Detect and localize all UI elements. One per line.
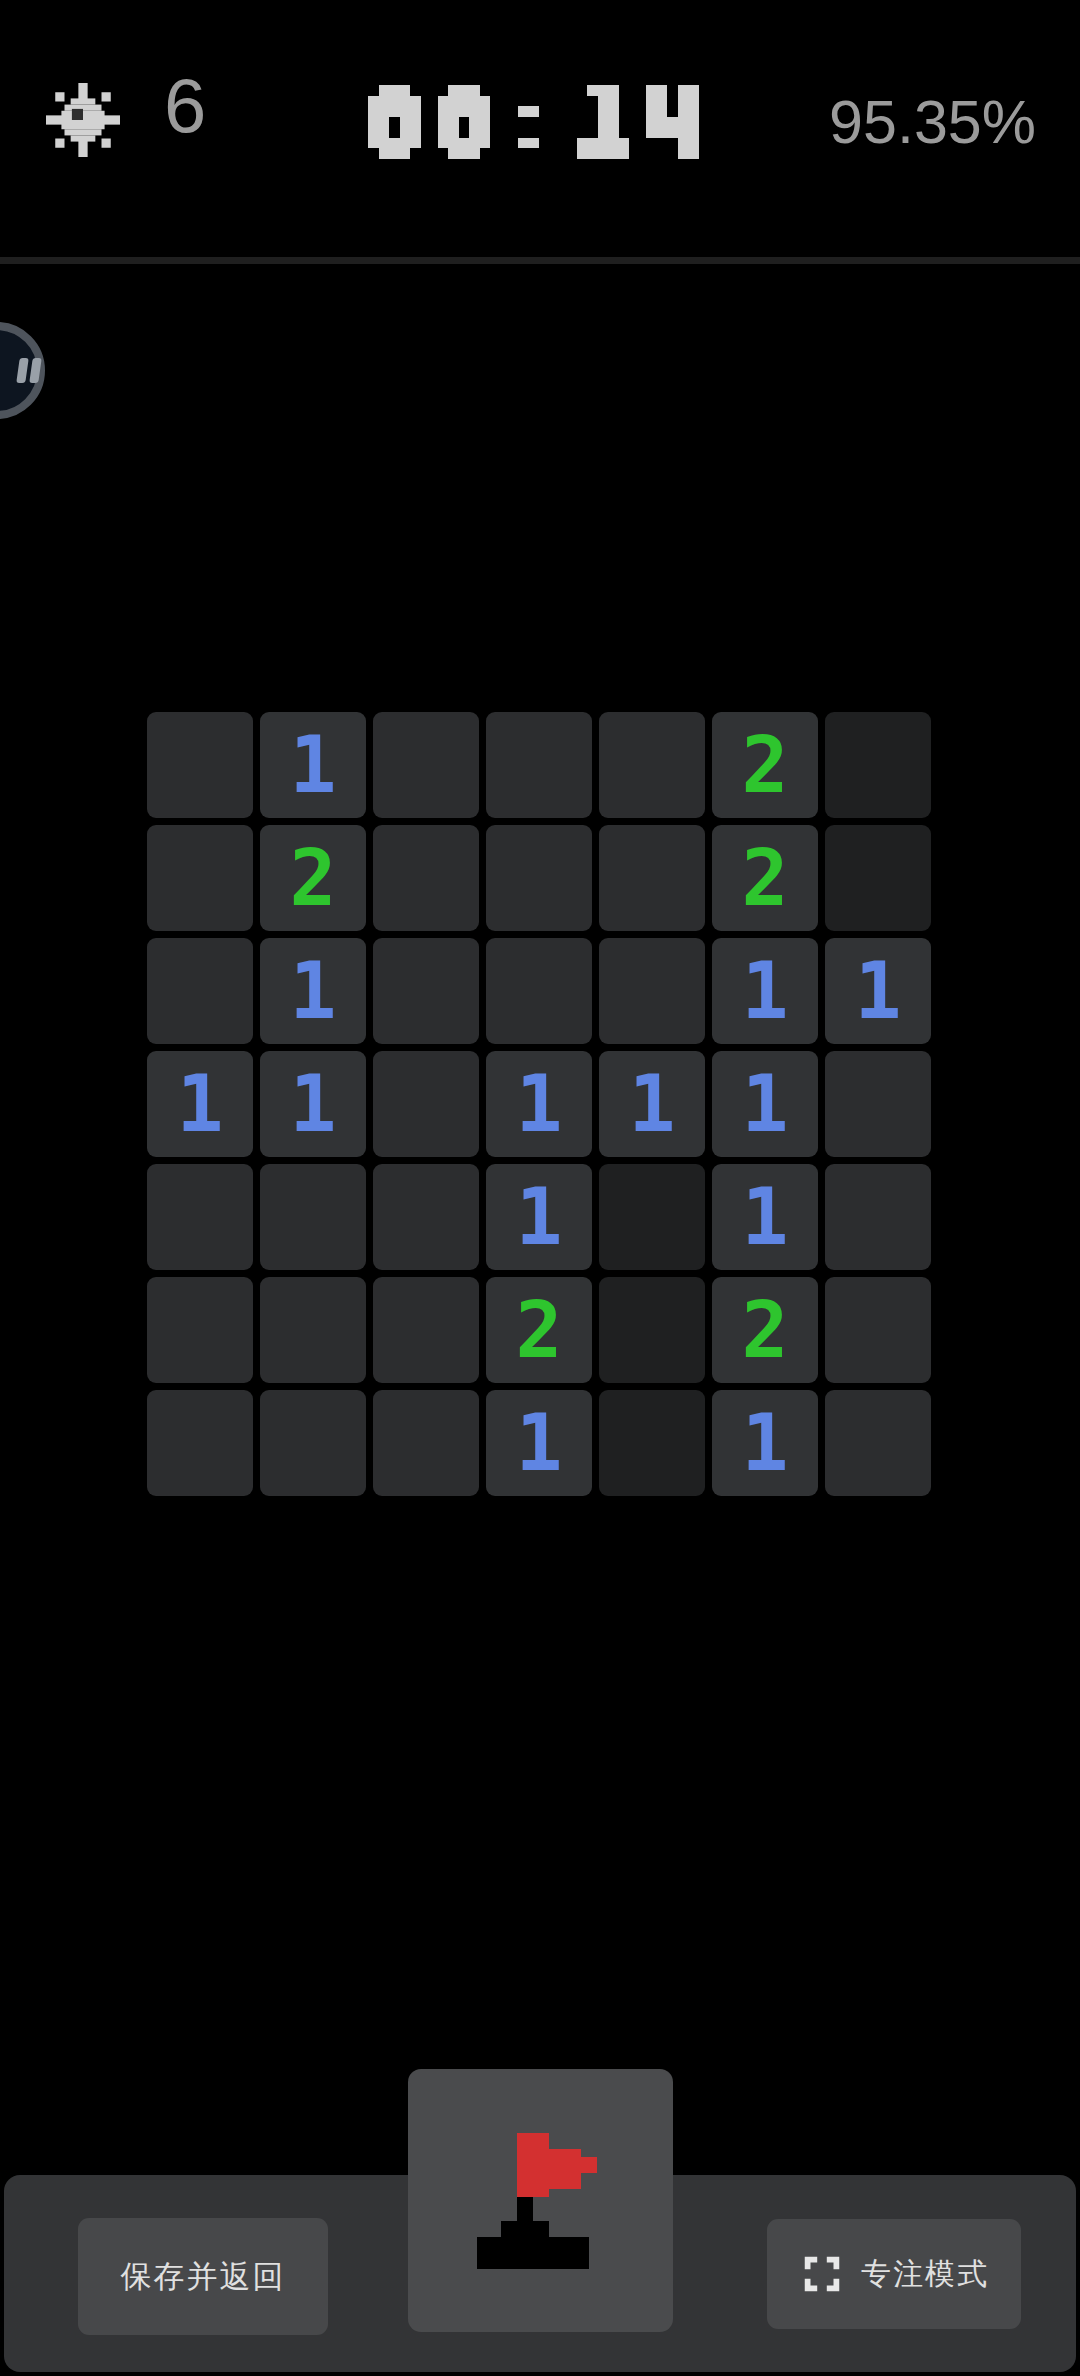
cell-r7c4[interactable]: 1: [486, 1390, 592, 1496]
cell-r1c1[interactable]: [147, 712, 253, 818]
mine-counter: 6: [164, 68, 206, 144]
minesweeper-screen: 6 95.35% 122211111111112211 保存并返回 专注模式: [0, 0, 1080, 2376]
cell-r2c1[interactable]: [147, 825, 253, 931]
cell-r6c6[interactable]: 2: [712, 1277, 818, 1383]
cell-r4c2[interactable]: 1: [260, 1051, 366, 1157]
cell-r5c3[interactable]: [373, 1164, 479, 1270]
cell-r4c6[interactable]: 1: [712, 1051, 818, 1157]
cell-r2c5[interactable]: [599, 825, 705, 931]
cell-r4c1[interactable]: 1: [147, 1051, 253, 1157]
cell-r6c4[interactable]: 2: [486, 1277, 592, 1383]
cell-r5c4[interactable]: 1: [486, 1164, 592, 1270]
cell-r6c5[interactable]: [599, 1277, 705, 1383]
cell-r1c6[interactable]: 2: [712, 712, 818, 818]
cell-r1c3[interactable]: [373, 712, 479, 818]
pause-icon: [29, 358, 42, 383]
cell-r3c7[interactable]: 1: [825, 938, 931, 1044]
cell-r5c5[interactable]: [599, 1164, 705, 1270]
focus-mode-button[interactable]: 专注模式: [767, 2219, 1021, 2329]
cell-r4c4[interactable]: 1: [486, 1051, 592, 1157]
progress-percent: 95.35%: [829, 92, 1036, 153]
cell-r4c5[interactable]: 1: [599, 1051, 705, 1157]
red-flag-icon: [469, 2133, 613, 2269]
cell-r6c2[interactable]: [260, 1277, 366, 1383]
cell-r7c1[interactable]: [147, 1390, 253, 1496]
board: 122211111111112211: [147, 712, 931, 1496]
cell-r2c2[interactable]: 2: [260, 825, 366, 931]
pause-icon: [16, 358, 29, 383]
cell-r7c2[interactable]: [260, 1390, 366, 1496]
cell-r3c3[interactable]: [373, 938, 479, 1044]
cell-r3c1[interactable]: [147, 938, 253, 1044]
cell-r1c7[interactable]: [825, 712, 931, 818]
cell-r2c3[interactable]: [373, 825, 479, 931]
cell-r7c3[interactable]: [373, 1390, 479, 1496]
cell-r5c6[interactable]: 1: [712, 1164, 818, 1270]
cell-r4c3[interactable]: [373, 1051, 479, 1157]
pause-button[interactable]: [0, 322, 45, 419]
flag-mode-button[interactable]: [408, 2069, 673, 2332]
cell-r7c7[interactable]: [825, 1390, 931, 1496]
mine-icon: [46, 83, 120, 157]
top-bar: 6 95.35%: [0, 0, 1080, 257]
cell-r4c7[interactable]: [825, 1051, 931, 1157]
cell-r1c2[interactable]: 1: [260, 712, 366, 818]
timer-display: [368, 85, 699, 159]
cell-r3c4[interactable]: [486, 938, 592, 1044]
cell-r1c5[interactable]: [599, 712, 705, 818]
cell-r2c4[interactable]: [486, 825, 592, 931]
cell-r7c5[interactable]: [599, 1390, 705, 1496]
save-return-button[interactable]: 保存并返回: [78, 2218, 328, 2335]
cell-r5c7[interactable]: [825, 1164, 931, 1270]
top-divider: [0, 257, 1080, 264]
cell-r3c6[interactable]: 1: [712, 938, 818, 1044]
cell-r7c6[interactable]: 1: [712, 1390, 818, 1496]
fullscreen-corners-icon: [799, 2251, 845, 2297]
cell-r2c6[interactable]: 2: [712, 825, 818, 931]
cell-r2c7[interactable]: [825, 825, 931, 931]
cell-r5c2[interactable]: [260, 1164, 366, 1270]
cell-r6c1[interactable]: [147, 1277, 253, 1383]
focus-mode-label: 专注模式: [861, 2254, 989, 2295]
cell-r3c5[interactable]: [599, 938, 705, 1044]
cell-r6c3[interactable]: [373, 1277, 479, 1383]
cell-r1c4[interactable]: [486, 712, 592, 818]
cell-r5c1[interactable]: [147, 1164, 253, 1270]
cell-r6c7[interactable]: [825, 1277, 931, 1383]
cell-r3c2[interactable]: 1: [260, 938, 366, 1044]
